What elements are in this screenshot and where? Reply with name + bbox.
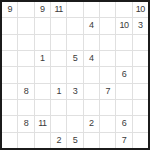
cell-r4c9[interactable] <box>133 51 148 66</box>
cell-r2c2[interactable] <box>18 18 33 33</box>
cell-r3c2[interactable] <box>18 35 33 50</box>
cell-r9c9[interactable] <box>133 133 148 148</box>
cell-r4c4[interactable] <box>51 51 66 66</box>
cell-r2c9: 3 <box>133 18 148 33</box>
cell-r5c2[interactable] <box>18 67 33 82</box>
cell-r2c4[interactable] <box>51 18 66 33</box>
cell-r7c4[interactable] <box>51 100 66 115</box>
cell-r8c4[interactable] <box>51 116 66 131</box>
cell-r6c8[interactable] <box>116 84 131 99</box>
cell-r2c5[interactable] <box>67 18 82 33</box>
cell-r7c1[interactable] <box>2 100 17 115</box>
cell-r4c8[interactable] <box>116 51 131 66</box>
cell-r3c6[interactable] <box>84 35 99 50</box>
cell-r5c9[interactable] <box>133 67 148 82</box>
cell-r5c3[interactable] <box>35 67 50 82</box>
cell-r8c5[interactable] <box>67 116 82 131</box>
cell-r4c3: 1 <box>35 51 50 66</box>
cell-r3c7[interactable] <box>100 35 115 50</box>
cell-r6c2: 8 <box>18 84 33 99</box>
cell-r7c6[interactable] <box>84 100 99 115</box>
cell-r5c1[interactable] <box>2 67 17 82</box>
cell-r9c6[interactable] <box>84 133 99 148</box>
cell-r3c3[interactable] <box>35 35 50 50</box>
cell-r2c6: 4 <box>84 18 99 33</box>
cell-r4c5: 5 <box>67 51 82 66</box>
cell-r1c3: 9 <box>35 2 50 17</box>
cell-r5c4[interactable] <box>51 67 66 82</box>
cell-r8c9[interactable] <box>133 116 148 131</box>
cell-r3c5[interactable] <box>67 35 82 50</box>
cell-r4c6: 4 <box>84 51 99 66</box>
cell-r8c6: 2 <box>84 116 99 131</box>
cell-r2c8: 10 <box>116 18 131 33</box>
cell-r1c9: 10 <box>133 2 148 17</box>
cell-r7c9[interactable] <box>133 100 148 115</box>
cell-r9c3[interactable] <box>35 133 50 148</box>
cell-r1c7[interactable] <box>100 2 115 17</box>
cell-r9c8: 7 <box>116 133 131 148</box>
cell-r1c5[interactable] <box>67 2 82 17</box>
cell-r2c1[interactable] <box>2 18 17 33</box>
cell-r2c7[interactable] <box>100 18 115 33</box>
cell-r8c3: 11 <box>35 116 50 131</box>
cell-r8c2: 8 <box>18 116 33 131</box>
puzzle-board: 99111041031546813781126257 <box>0 0 150 150</box>
cell-r6c3[interactable] <box>35 84 50 99</box>
cell-r5c7[interactable] <box>100 67 115 82</box>
cell-r3c4[interactable] <box>51 35 66 50</box>
cell-r9c1[interactable] <box>2 133 17 148</box>
cell-r3c8[interactable] <box>116 35 131 50</box>
cell-r2c3[interactable] <box>35 18 50 33</box>
cell-r8c7[interactable] <box>100 116 115 131</box>
cell-r6c7: 7 <box>100 84 115 99</box>
cell-r6c5: 3 <box>67 84 82 99</box>
cell-r6c1[interactable] <box>2 84 17 99</box>
cell-r5c8: 6 <box>116 67 131 82</box>
cell-r4c2[interactable] <box>18 51 33 66</box>
cell-r5c5[interactable] <box>67 67 82 82</box>
cell-r4c1[interactable] <box>2 51 17 66</box>
cell-r7c8[interactable] <box>116 100 131 115</box>
cell-r9c2[interactable] <box>18 133 33 148</box>
cell-r9c4: 2 <box>51 133 66 148</box>
cell-r3c9[interactable] <box>133 35 148 50</box>
cell-r7c7[interactable] <box>100 100 115 115</box>
cell-r1c1: 9 <box>2 2 17 17</box>
cell-r7c2[interactable] <box>18 100 33 115</box>
cell-r7c5[interactable] <box>67 100 82 115</box>
cell-r9c5: 5 <box>67 133 82 148</box>
cell-r6c6[interactable] <box>84 84 99 99</box>
cell-r4c7[interactable] <box>100 51 115 66</box>
cell-r1c8[interactable] <box>116 2 131 17</box>
cell-r1c6[interactable] <box>84 2 99 17</box>
cell-r8c1[interactable] <box>2 116 17 131</box>
cell-r3c1[interactable] <box>2 35 17 50</box>
cell-r1c4: 11 <box>51 2 66 17</box>
cell-r5c6[interactable] <box>84 67 99 82</box>
cell-r9c7[interactable] <box>100 133 115 148</box>
cell-r1c2[interactable] <box>18 2 33 17</box>
cell-r8c8: 6 <box>116 116 131 131</box>
cell-r7c3[interactable] <box>35 100 50 115</box>
cell-r6c4: 1 <box>51 84 66 99</box>
cell-r6c9[interactable] <box>133 84 148 99</box>
